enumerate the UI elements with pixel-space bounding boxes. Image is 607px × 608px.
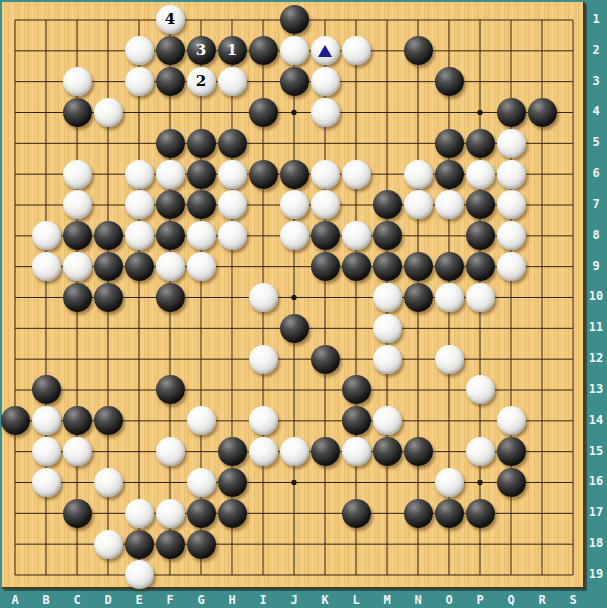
intersection-B4[interactable] (31, 97, 62, 128)
intersection-N14[interactable] (403, 405, 434, 436)
intersection-H18[interactable] (217, 529, 248, 560)
intersection-M1[interactable] (372, 5, 403, 36)
intersection-A12[interactable] (0, 344, 31, 375)
intersection-J6[interactable] (279, 159, 310, 190)
intersection-S2[interactable] (558, 35, 589, 66)
intersection-J2[interactable] (279, 35, 310, 66)
intersection-N5[interactable] (403, 128, 434, 159)
intersection-D19[interactable] (93, 559, 124, 590)
intersection-O3[interactable] (434, 66, 465, 97)
intersection-R19[interactable] (527, 559, 558, 590)
intersection-E7[interactable] (124, 190, 155, 221)
intersection-F15[interactable] (155, 436, 186, 467)
intersection-P12[interactable] (465, 344, 496, 375)
intersection-R17[interactable] (527, 498, 558, 529)
intersection-G6[interactable] (186, 159, 217, 190)
intersection-D8[interactable] (93, 220, 124, 251)
intersection-L14[interactable] (341, 405, 372, 436)
intersection-N6[interactable] (403, 159, 434, 190)
intersection-M12[interactable] (372, 344, 403, 375)
intersection-N7[interactable] (403, 190, 434, 221)
intersection-R4[interactable] (527, 97, 558, 128)
intersection-M15[interactable] (372, 436, 403, 467)
intersection-H15[interactable] (217, 436, 248, 467)
intersection-E9[interactable] (124, 251, 155, 282)
intersection-L18[interactable] (341, 529, 372, 560)
intersection-S16[interactable] (558, 467, 589, 498)
intersection-A19[interactable] (0, 559, 31, 590)
intersection-N10[interactable] (403, 282, 434, 313)
intersection-F16[interactable] (155, 467, 186, 498)
intersection-B14[interactable] (31, 405, 62, 436)
intersection-R15[interactable] (527, 436, 558, 467)
intersection-G2[interactable]: 3 (186, 35, 217, 66)
intersection-M6[interactable] (372, 159, 403, 190)
intersection-Q12[interactable] (496, 344, 527, 375)
intersection-I5[interactable] (248, 128, 279, 159)
intersection-H11[interactable] (217, 313, 248, 344)
intersection-F4[interactable] (155, 97, 186, 128)
intersection-E6[interactable] (124, 159, 155, 190)
intersection-M10[interactable] (372, 282, 403, 313)
intersection-E19[interactable] (124, 559, 155, 590)
intersection-G3[interactable]: 2 (186, 66, 217, 97)
intersection-O13[interactable] (434, 375, 465, 406)
intersection-J8[interactable] (279, 220, 310, 251)
intersection-F7[interactable] (155, 190, 186, 221)
intersection-P8[interactable] (465, 220, 496, 251)
intersection-L19[interactable] (341, 559, 372, 590)
intersection-H19[interactable] (217, 559, 248, 590)
intersection-H7[interactable] (217, 190, 248, 221)
intersection-H12[interactable] (217, 344, 248, 375)
intersection-D9[interactable] (93, 251, 124, 282)
intersection-L7[interactable] (341, 190, 372, 221)
intersection-K5[interactable] (310, 128, 341, 159)
intersection-C18[interactable] (62, 529, 93, 560)
intersection-I4[interactable] (248, 97, 279, 128)
intersection-D3[interactable] (93, 66, 124, 97)
intersection-I9[interactable] (248, 251, 279, 282)
intersection-Q13[interactable] (496, 375, 527, 406)
intersection-A17[interactable] (0, 498, 31, 529)
intersection-B3[interactable] (31, 66, 62, 97)
intersection-A7[interactable] (0, 190, 31, 221)
intersection-C13[interactable] (62, 375, 93, 406)
intersection-P9[interactable] (465, 251, 496, 282)
intersection-L3[interactable] (341, 66, 372, 97)
intersection-O12[interactable] (434, 344, 465, 375)
intersection-H17[interactable] (217, 498, 248, 529)
intersection-K11[interactable] (310, 313, 341, 344)
intersection-N16[interactable] (403, 467, 434, 498)
intersection-A6[interactable] (0, 159, 31, 190)
intersection-C4[interactable] (62, 97, 93, 128)
intersection-M13[interactable] (372, 375, 403, 406)
intersection-L8[interactable] (341, 220, 372, 251)
intersection-R8[interactable] (527, 220, 558, 251)
intersection-F6[interactable] (155, 159, 186, 190)
intersection-P14[interactable] (465, 405, 496, 436)
intersection-G4[interactable] (186, 97, 217, 128)
intersection-Q11[interactable] (496, 313, 527, 344)
intersection-R12[interactable] (527, 344, 558, 375)
intersection-P4[interactable] (465, 97, 496, 128)
intersection-O8[interactable] (434, 220, 465, 251)
intersection-Q15[interactable] (496, 436, 527, 467)
intersection-Q6[interactable] (496, 159, 527, 190)
intersection-S14[interactable] (558, 405, 589, 436)
intersection-E11[interactable] (124, 313, 155, 344)
intersection-S11[interactable] (558, 313, 589, 344)
intersection-N19[interactable] (403, 559, 434, 590)
intersection-K10[interactable] (310, 282, 341, 313)
intersection-F2[interactable] (155, 35, 186, 66)
intersection-I19[interactable] (248, 559, 279, 590)
intersection-D12[interactable] (93, 344, 124, 375)
intersection-B9[interactable] (31, 251, 62, 282)
intersection-O14[interactable] (434, 405, 465, 436)
intersection-L4[interactable] (341, 97, 372, 128)
intersection-E10[interactable] (124, 282, 155, 313)
intersection-A5[interactable] (0, 128, 31, 159)
intersection-Q3[interactable] (496, 66, 527, 97)
intersection-F10[interactable] (155, 282, 186, 313)
intersection-A1[interactable] (0, 5, 31, 36)
intersection-A13[interactable] (0, 375, 31, 406)
intersection-N2[interactable] (403, 35, 434, 66)
intersection-F19[interactable] (155, 559, 186, 590)
intersection-C15[interactable] (62, 436, 93, 467)
intersection-L9[interactable] (341, 251, 372, 282)
intersection-O7[interactable] (434, 190, 465, 221)
intersection-H3[interactable] (217, 66, 248, 97)
intersection-B17[interactable] (31, 498, 62, 529)
intersection-D17[interactable] (93, 498, 124, 529)
intersection-M16[interactable] (372, 467, 403, 498)
intersection-L16[interactable] (341, 467, 372, 498)
intersection-A14[interactable] (0, 405, 31, 436)
intersection-I1[interactable] (248, 5, 279, 36)
intersection-N11[interactable] (403, 313, 434, 344)
intersection-C10[interactable] (62, 282, 93, 313)
intersection-A3[interactable] (0, 66, 31, 97)
intersection-O18[interactable] (434, 529, 465, 560)
intersection-R11[interactable] (527, 313, 558, 344)
intersection-A11[interactable] (0, 313, 31, 344)
intersection-J1[interactable] (279, 5, 310, 36)
intersection-S3[interactable] (558, 66, 589, 97)
intersection-R9[interactable] (527, 251, 558, 282)
intersection-Q1[interactable] (496, 5, 527, 36)
intersection-I14[interactable] (248, 405, 279, 436)
intersection-G8[interactable] (186, 220, 217, 251)
intersection-D2[interactable] (93, 35, 124, 66)
intersection-S6[interactable] (558, 159, 589, 190)
intersection-S15[interactable] (558, 436, 589, 467)
intersection-Q7[interactable] (496, 190, 527, 221)
intersection-D18[interactable] (93, 529, 124, 560)
intersection-D11[interactable] (93, 313, 124, 344)
intersection-A4[interactable] (0, 97, 31, 128)
intersection-I18[interactable] (248, 529, 279, 560)
intersection-O11[interactable] (434, 313, 465, 344)
intersection-O19[interactable] (434, 559, 465, 590)
intersection-K14[interactable] (310, 405, 341, 436)
intersection-O9[interactable] (434, 251, 465, 282)
intersection-I17[interactable] (248, 498, 279, 529)
intersection-K13[interactable] (310, 375, 341, 406)
intersection-N1[interactable] (403, 5, 434, 36)
intersection-M5[interactable] (372, 128, 403, 159)
intersection-F13[interactable] (155, 375, 186, 406)
intersection-B6[interactable] (31, 159, 62, 190)
intersection-K6[interactable] (310, 159, 341, 190)
intersection-N4[interactable] (403, 97, 434, 128)
intersection-P16[interactable] (465, 467, 496, 498)
intersection-H6[interactable] (217, 159, 248, 190)
intersection-O1[interactable] (434, 5, 465, 36)
intersection-P15[interactable] (465, 436, 496, 467)
intersection-D4[interactable] (93, 97, 124, 128)
intersection-A2[interactable] (0, 35, 31, 66)
intersection-H8[interactable] (217, 220, 248, 251)
intersection-C2[interactable] (62, 35, 93, 66)
intersection-L11[interactable] (341, 313, 372, 344)
intersection-L2[interactable] (341, 35, 372, 66)
intersection-F8[interactable] (155, 220, 186, 251)
intersection-K8[interactable] (310, 220, 341, 251)
intersection-P11[interactable] (465, 313, 496, 344)
intersection-C11[interactable] (62, 313, 93, 344)
intersection-G9[interactable] (186, 251, 217, 282)
intersection-M17[interactable] (372, 498, 403, 529)
intersection-H14[interactable] (217, 405, 248, 436)
intersection-I11[interactable] (248, 313, 279, 344)
intersection-H4[interactable] (217, 97, 248, 128)
intersection-K7[interactable] (310, 190, 341, 221)
intersection-O15[interactable] (434, 436, 465, 467)
intersection-L17[interactable] (341, 498, 372, 529)
intersection-E15[interactable] (124, 436, 155, 467)
intersection-F14[interactable] (155, 405, 186, 436)
intersection-J16[interactable] (279, 467, 310, 498)
intersection-K15[interactable] (310, 436, 341, 467)
intersection-C17[interactable] (62, 498, 93, 529)
intersection-G15[interactable] (186, 436, 217, 467)
intersection-A15[interactable] (0, 436, 31, 467)
intersection-J12[interactable] (279, 344, 310, 375)
intersection-N3[interactable] (403, 66, 434, 97)
intersection-A8[interactable] (0, 220, 31, 251)
intersection-G13[interactable] (186, 375, 217, 406)
intersection-C19[interactable] (62, 559, 93, 590)
intersection-M14[interactable] (372, 405, 403, 436)
intersection-M4[interactable] (372, 97, 403, 128)
intersection-D14[interactable] (93, 405, 124, 436)
intersection-I13[interactable] (248, 375, 279, 406)
intersection-Q8[interactable] (496, 220, 527, 251)
intersection-C5[interactable] (62, 128, 93, 159)
intersection-B11[interactable] (31, 313, 62, 344)
intersection-P19[interactable] (465, 559, 496, 590)
intersection-J3[interactable] (279, 66, 310, 97)
intersection-L1[interactable] (341, 5, 372, 36)
intersection-N9[interactable] (403, 251, 434, 282)
intersection-E3[interactable] (124, 66, 155, 97)
intersection-P13[interactable] (465, 375, 496, 406)
intersection-J17[interactable] (279, 498, 310, 529)
intersection-O5[interactable] (434, 128, 465, 159)
intersection-C12[interactable] (62, 344, 93, 375)
intersection-H13[interactable] (217, 375, 248, 406)
intersection-G7[interactable] (186, 190, 217, 221)
intersection-A16[interactable] (0, 467, 31, 498)
intersection-R10[interactable] (527, 282, 558, 313)
intersection-J7[interactable] (279, 190, 310, 221)
intersection-S5[interactable] (558, 128, 589, 159)
intersection-K4[interactable] (310, 97, 341, 128)
intersection-J4[interactable] (279, 97, 310, 128)
intersection-R2[interactable] (527, 35, 558, 66)
intersection-C16[interactable] (62, 467, 93, 498)
intersection-G16[interactable] (186, 467, 217, 498)
intersection-R7[interactable] (527, 190, 558, 221)
intersection-J9[interactable] (279, 251, 310, 282)
intersection-R6[interactable] (527, 159, 558, 190)
intersection-B8[interactable] (31, 220, 62, 251)
intersection-J14[interactable] (279, 405, 310, 436)
intersection-Q16[interactable] (496, 467, 527, 498)
intersection-N17[interactable] (403, 498, 434, 529)
intersection-J15[interactable] (279, 436, 310, 467)
intersection-Q4[interactable] (496, 97, 527, 128)
intersection-K3[interactable] (310, 66, 341, 97)
intersection-P5[interactable] (465, 128, 496, 159)
intersection-F5[interactable] (155, 128, 186, 159)
intersection-O16[interactable] (434, 467, 465, 498)
intersection-Q5[interactable] (496, 128, 527, 159)
intersection-S9[interactable] (558, 251, 589, 282)
intersection-I10[interactable] (248, 282, 279, 313)
intersection-G10[interactable] (186, 282, 217, 313)
intersection-H10[interactable] (217, 282, 248, 313)
intersection-S12[interactable] (558, 344, 589, 375)
intersection-F1[interactable]: 4 (155, 5, 186, 36)
intersection-L6[interactable] (341, 159, 372, 190)
intersection-B13[interactable] (31, 375, 62, 406)
intersection-M8[interactable] (372, 220, 403, 251)
intersection-F11[interactable] (155, 313, 186, 344)
intersection-K19[interactable] (310, 559, 341, 590)
intersection-M9[interactable] (372, 251, 403, 282)
intersection-S19[interactable] (558, 559, 589, 590)
intersection-R1[interactable] (527, 5, 558, 36)
intersection-G14[interactable] (186, 405, 217, 436)
intersection-I8[interactable] (248, 220, 279, 251)
intersection-I15[interactable] (248, 436, 279, 467)
intersection-H5[interactable] (217, 128, 248, 159)
intersection-F3[interactable] (155, 66, 186, 97)
intersection-I6[interactable] (248, 159, 279, 190)
intersection-H1[interactable] (217, 5, 248, 36)
intersection-P3[interactable] (465, 66, 496, 97)
intersection-D5[interactable] (93, 128, 124, 159)
intersection-P2[interactable] (465, 35, 496, 66)
intersection-E13[interactable] (124, 375, 155, 406)
intersection-N13[interactable] (403, 375, 434, 406)
intersection-Q18[interactable] (496, 529, 527, 560)
intersection-K16[interactable] (310, 467, 341, 498)
intersection-B2[interactable] (31, 35, 62, 66)
intersection-B18[interactable] (31, 529, 62, 560)
intersection-I2[interactable] (248, 35, 279, 66)
intersection-O17[interactable] (434, 498, 465, 529)
intersection-S7[interactable] (558, 190, 589, 221)
intersection-R5[interactable] (527, 128, 558, 159)
intersection-B15[interactable] (31, 436, 62, 467)
intersection-H16[interactable] (217, 467, 248, 498)
intersection-B10[interactable] (31, 282, 62, 313)
intersection-N15[interactable] (403, 436, 434, 467)
intersection-J10[interactable] (279, 282, 310, 313)
intersection-G19[interactable] (186, 559, 217, 590)
intersection-P6[interactable] (465, 159, 496, 190)
intersection-M11[interactable] (372, 313, 403, 344)
intersection-E14[interactable] (124, 405, 155, 436)
intersection-F9[interactable] (155, 251, 186, 282)
intersection-D13[interactable] (93, 375, 124, 406)
intersection-S18[interactable] (558, 529, 589, 560)
intersection-S17[interactable] (558, 498, 589, 529)
intersection-J5[interactable] (279, 128, 310, 159)
intersection-D16[interactable] (93, 467, 124, 498)
intersection-N8[interactable] (403, 220, 434, 251)
intersection-B19[interactable] (31, 559, 62, 590)
intersection-F12[interactable] (155, 344, 186, 375)
intersection-I16[interactable] (248, 467, 279, 498)
intersection-C6[interactable] (62, 159, 93, 190)
intersection-J18[interactable] (279, 529, 310, 560)
intersection-H2[interactable]: 1 (217, 35, 248, 66)
intersection-Q14[interactable] (496, 405, 527, 436)
intersection-D6[interactable] (93, 159, 124, 190)
intersection-S1[interactable] (558, 5, 589, 36)
intersection-R13[interactable] (527, 375, 558, 406)
intersection-G12[interactable] (186, 344, 217, 375)
intersection-N18[interactable] (403, 529, 434, 560)
intersection-L15[interactable] (341, 436, 372, 467)
intersection-P1[interactable] (465, 5, 496, 36)
intersection-C3[interactable] (62, 66, 93, 97)
intersection-A9[interactable] (0, 251, 31, 282)
intersection-P17[interactable] (465, 498, 496, 529)
intersection-I3[interactable] (248, 66, 279, 97)
intersection-L10[interactable] (341, 282, 372, 313)
intersection-E2[interactable] (124, 35, 155, 66)
intersection-N12[interactable] (403, 344, 434, 375)
intersection-S13[interactable] (558, 375, 589, 406)
intersection-M18[interactable] (372, 529, 403, 560)
intersection-B12[interactable] (31, 344, 62, 375)
intersection-G17[interactable] (186, 498, 217, 529)
intersection-E16[interactable] (124, 467, 155, 498)
intersection-M3[interactable] (372, 66, 403, 97)
intersection-B1[interactable] (31, 5, 62, 36)
intersection-B16[interactable] (31, 467, 62, 498)
intersection-R18[interactable] (527, 529, 558, 560)
intersection-S8[interactable] (558, 220, 589, 251)
